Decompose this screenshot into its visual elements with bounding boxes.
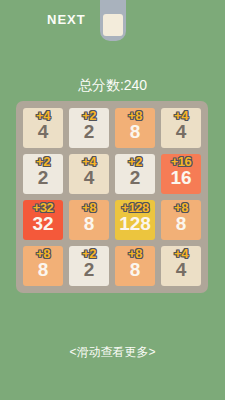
tile-r2c1: +22 — [23, 154, 63, 194]
tile-r4c3: +88 — [115, 246, 155, 286]
next-tile-preview — [103, 14, 123, 36]
tile-r4c2: +22 — [69, 246, 109, 286]
tile-r2c4: +1616 — [161, 154, 201, 194]
tile-value: 128 — [119, 213, 151, 235]
tile-r4c1: +88 — [23, 246, 63, 286]
tile-r3c2: +88 — [69, 200, 109, 240]
tile-value: 8 — [176, 213, 187, 235]
tile-value: 2 — [130, 167, 141, 189]
score-text: 总分数:240 — [0, 77, 225, 95]
game-screen: NEXT 总分数:240 +44+22+88+44+22+44+22+1616+… — [0, 0, 225, 400]
tile-r1c4: +44 — [161, 108, 201, 148]
swipe-hint: <滑动查看更多> — [0, 344, 225, 361]
tile-value: 4 — [176, 121, 187, 143]
tile-r2c2: +44 — [69, 154, 109, 194]
tile-value: 2 — [84, 121, 95, 143]
tile-r3c1: +3232 — [23, 200, 63, 240]
tile-value: 4 — [176, 259, 187, 281]
tile-value: 32 — [32, 213, 53, 235]
tile-r4c4: +44 — [161, 246, 201, 286]
tile-value: 8 — [38, 259, 49, 281]
tile-r3c3: +128128 — [115, 200, 155, 240]
tile-r1c1: +44 — [23, 108, 63, 148]
tile-value: 2 — [38, 167, 49, 189]
tile-r3c4: +88 — [161, 200, 201, 240]
tile-value: 8 — [130, 259, 141, 281]
tile-r1c2: +22 — [69, 108, 109, 148]
next-label: NEXT — [47, 12, 86, 27]
game-board[interactable]: +44+22+88+44+22+44+22+1616+3232+88+12812… — [16, 101, 208, 293]
tile-r2c3: +22 — [115, 154, 155, 194]
tile-value: 4 — [38, 121, 49, 143]
next-slot — [100, 0, 126, 41]
tile-r1c3: +88 — [115, 108, 155, 148]
tile-value: 2 — [84, 259, 95, 281]
tile-value: 4 — [84, 167, 95, 189]
tile-value: 8 — [130, 121, 141, 143]
tile-value: 8 — [84, 213, 95, 235]
tile-value: 16 — [170, 167, 191, 189]
